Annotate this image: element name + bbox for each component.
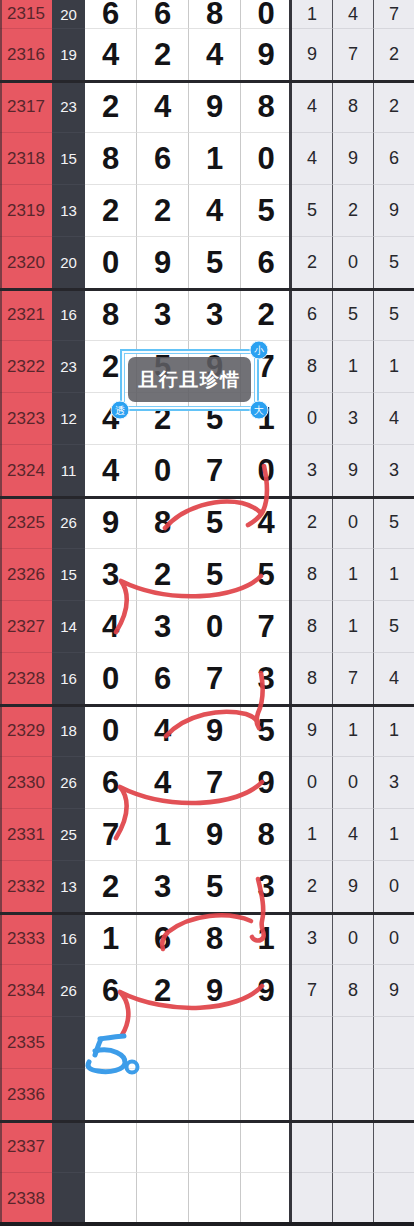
draw-digit-cell: 5 (241, 185, 291, 237)
draw-digit-cell: 7 (85, 809, 137, 861)
draw-digit-cell (241, 1069, 291, 1121)
test-digit-cell: 4 (373, 653, 414, 705)
test-digit-cell: 1 (373, 549, 414, 601)
period-cell: 2326 (0, 549, 52, 601)
test-digit-cell: 0 (373, 913, 414, 965)
draw-digit-cell: 7 (189, 757, 241, 809)
period-cell: 2316 (0, 29, 52, 81)
draw-digit-cell: 8 (189, 0, 241, 29)
sum-cell: 26 (52, 497, 85, 549)
draw-digit-cell (85, 1017, 137, 1069)
test-digit-cell: 8 (291, 549, 332, 601)
draw-digit-cell: 4 (241, 497, 291, 549)
draw-digit-cell: 4 (189, 185, 241, 237)
table-row: 2332 13 2 3 5 3 2 9 0 (0, 861, 414, 913)
test-digit-cell: 3 (373, 757, 414, 809)
period-cell: 2318 (0, 133, 52, 185)
draw-digit-cell (137, 1121, 189, 1173)
period-cell: 2330 (0, 757, 52, 809)
test-digit-cell: 0 (332, 237, 373, 289)
sum-cell: 18 (52, 705, 85, 757)
test-digit-cell (291, 1121, 332, 1173)
test-digit-cell: 3 (373, 445, 414, 497)
period-cell: 2333 (0, 913, 52, 965)
draw-digit-cell (189, 1017, 241, 1069)
test-digit-cell: 3 (291, 913, 332, 965)
table-row: 2337 (0, 1121, 414, 1173)
sum-cell: 20 (52, 237, 85, 289)
draw-digit-cell: 5 (241, 549, 291, 601)
sum-cell (52, 1121, 85, 1173)
table-row: 2336 (0, 1069, 414, 1121)
test-digit-cell: 5 (373, 497, 414, 549)
draw-digit-cell: 0 (241, 0, 291, 29)
table-row: 2315 20 6 6 8 0 1 4 7 (0, 0, 414, 29)
draw-digit-cell: 1 (85, 913, 137, 965)
draw-digit-cell: 6 (85, 965, 137, 1017)
test-digit-cell: 5 (332, 289, 373, 341)
draw-digit-cell: 4 (137, 81, 189, 133)
group-separator-line (0, 1120, 414, 1123)
test-digit-cell: 0 (291, 757, 332, 809)
test-digit-cell (373, 1069, 414, 1121)
draw-digit-cell: 9 (85, 497, 137, 549)
test-digit-cell: 8 (291, 653, 332, 705)
test-digit-cell: 2 (291, 237, 332, 289)
draw-digit-cell (85, 1069, 137, 1121)
test-digit-cell (291, 1069, 332, 1121)
sum-cell: 16 (52, 653, 85, 705)
table-row: 2333 16 1 6 8 1 3 0 0 (0, 913, 414, 965)
sum-cell: 15 (52, 133, 85, 185)
table-row: 2316 19 4 2 4 9 9 7 2 (0, 29, 414, 81)
test-digit-cell: 7 (332, 653, 373, 705)
test-digit-cell (332, 1173, 373, 1225)
draw-digit-cell: 9 (189, 81, 241, 133)
draw-digit-cell (137, 1173, 189, 1225)
test-digit-cell (373, 1173, 414, 1225)
test-digit-cell: 0 (291, 393, 332, 445)
period-cell: 2320 (0, 237, 52, 289)
table-row: 2330 26 6 4 7 9 0 0 3 (0, 757, 414, 809)
draw-digit-cell: 6 (137, 913, 189, 965)
draw-digit-cell: 2 (85, 185, 137, 237)
draw-digit-cell: 0 (241, 445, 291, 497)
test-digit-cell: 5 (373, 601, 414, 653)
draw-digit-cell: 6 (137, 133, 189, 185)
period-cell: 2338 (0, 1173, 52, 1225)
test-digit-cell: 9 (373, 965, 414, 1017)
draw-digit-cell: 5 (189, 237, 241, 289)
test-digit-cell: 7 (291, 965, 332, 1017)
draw-digit-cell (137, 1069, 189, 1121)
draw-digit-cell: 1 (137, 809, 189, 861)
group-separator-line (0, 288, 414, 291)
sum-cell: 15 (52, 549, 85, 601)
period-cell: 2325 (0, 497, 52, 549)
period-cell: 2335 (0, 1017, 52, 1069)
draw-digit-cell: 4 (137, 705, 189, 757)
draw-digit-cell: 1 (241, 913, 291, 965)
test-digit-cell: 4 (373, 393, 414, 445)
draw-digit-cell: 5 (241, 705, 291, 757)
period-cell: 2334 (0, 965, 52, 1017)
test-digit-cell: 4 (291, 81, 332, 133)
period-cell: 2319 (0, 185, 52, 237)
test-digit-cell: 4 (332, 0, 373, 29)
draw-digit-cell: 0 (85, 705, 137, 757)
test-digit-cell: 1 (332, 601, 373, 653)
draw-digit-cell: 6 (241, 237, 291, 289)
test-digit-cell: 5 (373, 289, 414, 341)
draw-digit-cell (189, 1069, 241, 1121)
test-digit-cell: 9 (291, 705, 332, 757)
draw-digit-cell: 3 (241, 653, 291, 705)
table-row: 2319 13 2 2 4 5 5 2 9 (0, 185, 414, 237)
draw-digit-cell: 9 (241, 757, 291, 809)
draw-digit-cell: 3 (85, 549, 137, 601)
sum-cell: 13 (52, 185, 85, 237)
test-digit-cell: 1 (373, 705, 414, 757)
table-row: 2325 26 9 8 5 4 2 0 5 (0, 497, 414, 549)
test-digit-cell: 1 (332, 341, 373, 393)
test-digit-cell: 1 (332, 549, 373, 601)
test-digit-cell: 4 (332, 809, 373, 861)
draw-digit-cell: 0 (241, 133, 291, 185)
draw-digit-cell: 2 (137, 29, 189, 81)
sum-cell: 19 (52, 29, 85, 81)
table-row: 2320 20 0 9 5 6 2 0 5 (0, 237, 414, 289)
test-digit-cell: 2 (291, 861, 332, 913)
test-digit-cell (291, 1173, 332, 1225)
sum-cell: 16 (52, 289, 85, 341)
draw-digit-cell (241, 1173, 291, 1225)
sum-cell: 16 (52, 913, 85, 965)
draw-digit-cell (85, 1173, 137, 1225)
test-digit-cell: 8 (332, 81, 373, 133)
draw-digit-cell: 8 (241, 81, 291, 133)
test-digit-cell (373, 1017, 414, 1069)
test-digit-cell: 0 (332, 757, 373, 809)
group-separator-line (0, 912, 414, 915)
draw-digit-cell: 3 (137, 289, 189, 341)
test-digit-cell: 8 (291, 341, 332, 393)
draw-digit-cell: 9 (189, 705, 241, 757)
section-divider-line (289, 0, 292, 1226)
test-digit-cell: 1 (332, 705, 373, 757)
draw-digit-cell: 3 (137, 601, 189, 653)
sum-cell: 11 (52, 445, 85, 497)
test-digit-cell (332, 1069, 373, 1121)
table-row: 2329 18 0 4 9 5 9 1 1 (0, 705, 414, 757)
bottom-border-bar (0, 1222, 414, 1226)
period-cell: 2327 (0, 601, 52, 653)
draw-digit-cell: 9 (241, 965, 291, 1017)
draw-digit-cell: 9 (137, 237, 189, 289)
draw-digit-cell (241, 1017, 291, 1069)
table-row: 2324 11 4 0 7 0 3 9 3 (0, 445, 414, 497)
sum-cell (52, 1173, 85, 1225)
sum-cell (52, 1069, 85, 1121)
period-cell: 2315 (0, 0, 52, 29)
test-digit-cell: 8 (332, 965, 373, 1017)
draw-digit-cell (85, 1121, 137, 1173)
draw-digit-cell: 8 (85, 289, 137, 341)
draw-digit-cell: 2 (137, 185, 189, 237)
draw-digit-cell: 4 (137, 757, 189, 809)
test-digit-cell: 5 (291, 185, 332, 237)
test-digit-cell (332, 1121, 373, 1173)
period-cell: 2328 (0, 653, 52, 705)
test-digit-cell (291, 1017, 332, 1069)
sum-cell: 12 (52, 393, 85, 445)
sum-cell: 26 (52, 965, 85, 1017)
draw-digit-cell: 9 (241, 29, 291, 81)
test-digit-cell: 1 (373, 809, 414, 861)
test-digit-cell: 5 (373, 237, 414, 289)
sum-cell: 23 (52, 341, 85, 393)
sum-cell: 14 (52, 601, 85, 653)
period-cell: 2324 (0, 445, 52, 497)
test-digit-cell: 1 (291, 0, 332, 29)
period-cell: 2323 (0, 393, 52, 445)
table-row: 2331 25 7 1 9 8 1 4 1 (0, 809, 414, 861)
test-digit-cell: 7 (373, 0, 414, 29)
draw-digit-cell: 3 (137, 861, 189, 913)
test-digit-cell: 4 (291, 133, 332, 185)
draw-digit-cell: 3 (189, 289, 241, 341)
test-digit-cell: 8 (291, 601, 332, 653)
draw-digit-cell: 7 (189, 445, 241, 497)
test-digit-cell: 9 (291, 29, 332, 81)
period-cell: 2321 (0, 289, 52, 341)
draw-digit-cell: 6 (85, 0, 137, 29)
test-digit-cell: 2 (291, 497, 332, 549)
draw-digit-cell: 5 (189, 861, 241, 913)
draw-digit-cell: 8 (241, 809, 291, 861)
test-digit-cell: 2 (332, 185, 373, 237)
draw-digit-cell: 6 (85, 757, 137, 809)
test-digit-cell: 2 (373, 81, 414, 133)
draw-digit-cell: 2 (85, 81, 137, 133)
table-row: 2328 16 0 6 7 3 8 7 4 (0, 653, 414, 705)
sum-cell: 13 (52, 861, 85, 913)
test-digit-cell: 2 (373, 29, 414, 81)
draw-digit-cell: 2 (137, 549, 189, 601)
test-digit-cell: 9 (332, 861, 373, 913)
period-cell: 2317 (0, 81, 52, 133)
group-separator-line (0, 496, 414, 499)
test-digit-cell: 6 (373, 133, 414, 185)
sticker-text[interactable]: 且行且珍惜 (128, 357, 251, 402)
period-cell: 2336 (0, 1069, 52, 1121)
table-row: 2326 15 3 2 5 5 8 1 1 (0, 549, 414, 601)
draw-digit-cell: 3 (241, 861, 291, 913)
period-cell: 2329 (0, 705, 52, 757)
draw-digit-cell: 8 (137, 497, 189, 549)
enlarge-handle[interactable]: 大 (250, 401, 269, 420)
sum-cell: 23 (52, 81, 85, 133)
draw-digit-cell (189, 1173, 241, 1225)
draw-digit-cell (189, 1121, 241, 1173)
draw-digit-cell: 4 (85, 445, 137, 497)
draw-digit-cell: 5 (189, 549, 241, 601)
period-cell: 2322 (0, 341, 52, 393)
period-cell: 2337 (0, 1121, 52, 1173)
draw-digit-cell: 9 (189, 965, 241, 1017)
draw-digit-cell: 7 (241, 601, 291, 653)
table-row: 2318 15 8 6 1 0 4 9 6 (0, 133, 414, 185)
sum-cell (52, 1017, 85, 1069)
test-digit-cell: 0 (373, 861, 414, 913)
test-digit-cell: 9 (332, 133, 373, 185)
test-digit-cell: 7 (332, 29, 373, 81)
sum-cell: 26 (52, 757, 85, 809)
table-row: 2327 14 4 3 0 7 8 1 5 (0, 601, 414, 653)
draw-digit-cell: 2 (85, 861, 137, 913)
sum-cell: 20 (52, 0, 85, 29)
left-edge-line (0, 0, 2, 1226)
draw-digit-cell: 8 (85, 133, 137, 185)
test-digit-cell: 0 (332, 497, 373, 549)
draw-digit-cell: 4 (189, 29, 241, 81)
table-row: 2338 (0, 1173, 414, 1225)
draw-digit-cell: 8 (189, 913, 241, 965)
test-digit-cell (332, 1017, 373, 1069)
draw-history-table: 2315 20 6 6 8 0 1 4 7 2316 19 4 2 4 9 9 … (0, 0, 414, 1225)
table-row: 2321 16 8 3 3 2 6 5 5 (0, 289, 414, 341)
draw-digit-cell: 7 (189, 653, 241, 705)
draw-digit-cell: 0 (85, 653, 137, 705)
test-digit-cell: 9 (332, 445, 373, 497)
draw-digit-cell: 0 (85, 237, 137, 289)
period-cell: 2332 (0, 861, 52, 913)
test-digit-cell: 1 (373, 341, 414, 393)
draw-digit-cell: 0 (189, 601, 241, 653)
table-row: 2334 26 6 2 9 9 7 8 9 (0, 965, 414, 1017)
table-row: 2317 23 2 4 9 8 4 8 2 (0, 81, 414, 133)
draw-digit-cell (137, 1017, 189, 1069)
group-separator-line (0, 704, 414, 707)
draw-digit-cell: 0 (137, 445, 189, 497)
period-cell: 2331 (0, 809, 52, 861)
sum-cell: 25 (52, 809, 85, 861)
trend-chart-board: 2315 20 6 6 8 0 1 4 7 2316 19 4 2 4 9 9 … (0, 0, 414, 1226)
draw-digit-cell (241, 1121, 291, 1173)
test-digit-cell (373, 1121, 414, 1173)
test-digit-cell: 9 (373, 185, 414, 237)
draw-digit-cell: 5 (189, 497, 241, 549)
draw-digit-cell: 6 (137, 653, 189, 705)
test-digit-cell: 3 (291, 445, 332, 497)
draw-digit-cell: 4 (85, 29, 137, 81)
test-digit-cell: 3 (332, 393, 373, 445)
test-digit-cell: 6 (291, 289, 332, 341)
draw-digit-cell: 9 (189, 809, 241, 861)
test-digit-cell: 1 (291, 809, 332, 861)
test-digit-cell: 0 (332, 913, 373, 965)
transparency-handle[interactable]: 透 (111, 401, 130, 420)
draw-digit-cell: 2 (137, 965, 189, 1017)
draw-digit-cell: 4 (85, 601, 137, 653)
shrink-handle[interactable]: 小 (250, 341, 269, 360)
group-separator-line (0, 80, 414, 83)
draw-digit-cell: 1 (189, 133, 241, 185)
table-row: 2335 (0, 1017, 414, 1069)
draw-digit-cell: 2 (241, 289, 291, 341)
draw-digit-cell: 6 (137, 0, 189, 29)
